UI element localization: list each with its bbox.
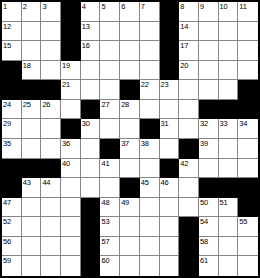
cell-r10c2[interactable]: 43 <box>22 178 42 198</box>
cell-r8c4[interactable]: 36 <box>61 139 81 159</box>
block-r10c11 <box>199 178 219 198</box>
cell-r8c5[interactable] <box>81 139 101 159</box>
cell-r13c8[interactable] <box>140 237 160 257</box>
block-r3c4 <box>61 41 81 61</box>
cell-r11c9[interactable] <box>160 198 180 218</box>
clue-number-57: 57 <box>101 237 109 246</box>
block-r5c1 <box>2 80 22 100</box>
cell-r8c1[interactable]: 35 <box>2 139 22 159</box>
cell-r4c3[interactable] <box>41 61 61 81</box>
block-r7c8 <box>140 119 160 139</box>
cell-r2c3[interactable] <box>41 22 61 42</box>
clue-number-29: 29 <box>3 119 11 128</box>
block-r10c13 <box>238 178 258 198</box>
cell-r6c2[interactable]: 25 <box>22 100 42 120</box>
cell-r1c11[interactable]: 9 <box>199 2 219 22</box>
cell-r7c2[interactable] <box>22 119 42 139</box>
cell-r13c6[interactable]: 57 <box>100 237 120 257</box>
clue-number-38: 38 <box>141 139 149 148</box>
cell-r14c1[interactable]: 59 <box>2 256 22 276</box>
cell-r14c8[interactable] <box>140 256 160 276</box>
cell-r6c3[interactable]: 26 <box>41 100 61 120</box>
cell-r3c13[interactable] <box>238 41 258 61</box>
block-r10c12 <box>219 178 239 198</box>
cell-r10c5[interactable] <box>81 178 101 198</box>
cell-r4c6[interactable] <box>100 61 120 81</box>
block-r9c2 <box>22 159 42 179</box>
clue-number-30: 30 <box>82 119 90 128</box>
clue-number-20: 20 <box>180 61 188 70</box>
cell-r6c4[interactable] <box>61 100 81 120</box>
clue-number-36: 36 <box>62 139 70 148</box>
clue-number-19: 19 <box>62 61 70 70</box>
cell-r12c2[interactable] <box>22 217 42 237</box>
cell-r13c2[interactable] <box>22 237 42 257</box>
cell-r6c8[interactable] <box>140 100 160 120</box>
cell-r4c2[interactable]: 18 <box>22 61 42 81</box>
clue-number-2: 2 <box>23 2 27 11</box>
cell-r13c1[interactable]: 56 <box>2 237 22 257</box>
block-r13c5 <box>81 237 101 257</box>
cell-r4c5[interactable] <box>81 61 101 81</box>
cell-r2c5[interactable]: 13 <box>81 22 101 42</box>
cell-r1c13[interactable]: 11 <box>238 2 258 22</box>
clue-number-5: 5 <box>101 2 105 11</box>
cell-r1c5[interactable]: 4 <box>81 2 101 22</box>
cell-r14c7[interactable] <box>120 256 140 276</box>
clue-number-14: 14 <box>180 22 188 31</box>
cell-r6c7[interactable]: 28 <box>120 100 140 120</box>
cell-r7c10[interactable] <box>179 119 199 139</box>
block-r5c2 <box>22 80 42 100</box>
cell-r7c12[interactable]: 33 <box>219 119 239 139</box>
cell-r14c4[interactable] <box>61 256 81 276</box>
clue-number-58: 58 <box>200 237 208 246</box>
clue-number-4: 4 <box>82 2 86 11</box>
cell-r11c7[interactable]: 49 <box>120 198 140 218</box>
clue-number-54: 54 <box>200 217 208 226</box>
block-r1c9 <box>160 2 180 22</box>
cell-r14c9[interactable] <box>160 256 180 276</box>
block-r13c10 <box>179 237 199 257</box>
cell-r10c8[interactable]: 45 <box>140 178 160 198</box>
cell-r3c5[interactable]: 16 <box>81 41 101 61</box>
cell-r13c12[interactable] <box>219 237 239 257</box>
clue-number-1: 1 <box>3 2 7 11</box>
clue-number-39: 39 <box>200 139 208 148</box>
cell-r1c3[interactable]: 3 <box>41 2 61 22</box>
cell-r12c3[interactable] <box>41 217 61 237</box>
cell-r9c12[interactable] <box>219 159 239 179</box>
cell-r2c12[interactable] <box>219 22 239 42</box>
clue-number-49: 49 <box>121 198 129 207</box>
clue-number-31: 31 <box>161 119 169 128</box>
cell-r13c13[interactable] <box>238 237 258 257</box>
cell-r11c2[interactable] <box>22 198 42 218</box>
cell-r4c11[interactable] <box>199 61 219 81</box>
cell-r2c8[interactable] <box>140 22 160 42</box>
block-r6c13 <box>238 100 258 120</box>
clue-number-27: 27 <box>101 100 109 109</box>
block-r9c9 <box>160 159 180 179</box>
clue-number-22: 22 <box>141 80 149 89</box>
cell-r9c11[interactable] <box>199 159 219 179</box>
cell-r10c4[interactable] <box>61 178 81 198</box>
cell-r5c5[interactable] <box>81 80 101 100</box>
cell-r8c2[interactable] <box>22 139 42 159</box>
clue-number-28: 28 <box>121 100 129 109</box>
clue-number-17: 17 <box>180 41 188 50</box>
block-r5c7 <box>120 80 140 100</box>
cell-r10c10[interactable] <box>179 178 199 198</box>
cell-r8c3[interactable] <box>41 139 61 159</box>
cell-r8c11[interactable]: 39 <box>199 139 219 159</box>
cell-r6c10[interactable] <box>179 100 199 120</box>
clue-number-16: 16 <box>82 41 90 50</box>
block-r11c5 <box>81 198 101 218</box>
clue-number-60: 60 <box>101 256 109 265</box>
cell-r4c10[interactable]: 20 <box>179 61 199 81</box>
clue-number-47: 47 <box>3 198 11 207</box>
cell-r5c11[interactable] <box>199 80 219 100</box>
clue-number-48: 48 <box>101 198 109 207</box>
cell-r11c8[interactable] <box>140 198 160 218</box>
clue-number-59: 59 <box>3 256 11 265</box>
cell-r8c13[interactable] <box>238 139 258 159</box>
cell-r7c9[interactable]: 31 <box>160 119 180 139</box>
cell-r3c3[interactable] <box>41 41 61 61</box>
cell-r12c13[interactable]: 55 <box>238 217 258 237</box>
cell-r5c6[interactable] <box>100 80 120 100</box>
clue-number-12: 12 <box>3 22 11 31</box>
cell-r5c8[interactable]: 22 <box>140 80 160 100</box>
cell-r7c13[interactable]: 34 <box>238 119 258 139</box>
cell-r3c10[interactable]: 17 <box>179 41 199 61</box>
cell-r9c5[interactable] <box>81 159 101 179</box>
block-r4c1 <box>2 61 22 81</box>
cell-r3c7[interactable] <box>120 41 140 61</box>
cell-r8c9[interactable] <box>160 139 180 159</box>
cell-r4c4[interactable]: 19 <box>61 61 81 81</box>
cell-r8c8[interactable]: 38 <box>140 139 160 159</box>
cell-r6c9[interactable] <box>160 100 180 120</box>
cell-r6c1[interactable]: 24 <box>2 100 22 120</box>
cell-r11c1[interactable]: 47 <box>2 198 22 218</box>
clue-number-46: 46 <box>161 178 169 187</box>
clue-number-9: 9 <box>200 2 204 11</box>
cell-r9c13[interactable] <box>238 159 258 179</box>
clue-number-56: 56 <box>3 237 11 246</box>
cell-r2c1[interactable]: 12 <box>2 22 22 42</box>
block-r8c10 <box>179 139 199 159</box>
cell-r14c11[interactable]: 61 <box>199 256 219 276</box>
cell-r3c1[interactable]: 15 <box>2 41 22 61</box>
cell-r11c3[interactable] <box>41 198 61 218</box>
cell-r4c8[interactable] <box>140 61 160 81</box>
cell-r3c6[interactable] <box>100 41 120 61</box>
block-r2c9 <box>160 22 180 42</box>
clue-number-18: 18 <box>23 61 31 70</box>
cell-r2c2[interactable] <box>22 22 42 42</box>
cell-r5c12[interactable] <box>219 80 239 100</box>
cell-r13c3[interactable] <box>41 237 61 257</box>
clue-number-35: 35 <box>3 139 11 148</box>
cell-r9c8[interactable] <box>140 159 160 179</box>
cell-r9c6[interactable]: 41 <box>100 159 120 179</box>
clue-number-33: 33 <box>220 119 228 128</box>
cell-r7c7[interactable] <box>120 119 140 139</box>
cell-r13c11[interactable]: 58 <box>199 237 219 257</box>
block-r12c5 <box>81 217 101 237</box>
block-r11c13 <box>238 198 258 218</box>
clue-number-11: 11 <box>239 2 246 11</box>
cell-r1c1[interactable]: 1 <box>2 2 22 22</box>
cell-r7c6[interactable] <box>100 119 120 139</box>
cell-r3c12[interactable] <box>219 41 239 61</box>
block-r6c5 <box>81 100 101 120</box>
cell-r10c9[interactable]: 46 <box>160 178 180 198</box>
clue-number-55: 55 <box>239 217 247 226</box>
clue-number-21: 21 <box>62 80 70 89</box>
clue-number-6: 6 <box>121 2 125 11</box>
block-r12c10 <box>179 217 199 237</box>
block-r5c13 <box>238 80 258 100</box>
clue-number-26: 26 <box>42 100 50 109</box>
cell-r12c1[interactable]: 52 <box>2 217 22 237</box>
cell-r3c11[interactable] <box>199 41 219 61</box>
cell-r7c3[interactable] <box>41 119 61 139</box>
clue-number-13: 13 <box>82 22 90 31</box>
cell-r13c7[interactable] <box>120 237 140 257</box>
block-r1c4 <box>61 2 81 22</box>
cell-r14c3[interactable] <box>41 256 61 276</box>
cell-r11c10[interactable] <box>179 198 199 218</box>
cell-r3c2[interactable] <box>22 41 42 61</box>
cell-r12c4[interactable] <box>61 217 81 237</box>
cell-r3c8[interactable] <box>140 41 160 61</box>
cell-r8c12[interactable] <box>219 139 239 159</box>
clue-number-24: 24 <box>3 100 11 109</box>
block-r6c11 <box>199 100 219 120</box>
cell-r2c13[interactable] <box>238 22 258 42</box>
block-r4c9 <box>160 61 180 81</box>
cell-r7c5[interactable]: 30 <box>81 119 101 139</box>
cell-r14c6[interactable]: 60 <box>100 256 120 276</box>
clue-number-42: 42 <box>180 159 188 168</box>
cell-r9c10[interactable]: 42 <box>179 159 199 179</box>
cell-r14c13[interactable] <box>238 256 258 276</box>
clue-number-41: 41 <box>101 159 109 168</box>
clue-number-44: 44 <box>42 178 50 187</box>
cell-r12c7[interactable] <box>120 217 140 237</box>
cell-r11c11[interactable]: 50 <box>199 198 219 218</box>
cell-r1c2[interactable]: 2 <box>22 2 42 22</box>
cell-r10c6[interactable] <box>100 178 120 198</box>
cell-r1c6[interactable]: 5 <box>100 2 120 22</box>
cell-r9c7[interactable] <box>120 159 140 179</box>
cell-r6c6[interactable]: 27 <box>100 100 120 120</box>
cell-r2c7[interactable] <box>120 22 140 42</box>
clue-number-32: 32 <box>200 119 208 128</box>
block-r6c12 <box>219 100 239 120</box>
cell-r1c7[interactable]: 6 <box>120 2 140 22</box>
clue-number-15: 15 <box>3 41 11 50</box>
cell-r12c12[interactable] <box>219 217 239 237</box>
cell-r2c10[interactable]: 14 <box>179 22 199 42</box>
cell-r11c6[interactable]: 48 <box>100 198 120 218</box>
block-r10c1 <box>2 178 22 198</box>
crossword-grid: 1234567891011121314151617181920212223242… <box>0 0 260 278</box>
cell-r1c10[interactable]: 8 <box>179 2 199 22</box>
cell-r1c8[interactable]: 7 <box>140 2 160 22</box>
cell-r13c9[interactable] <box>160 237 180 257</box>
cell-r7c1[interactable]: 29 <box>2 119 22 139</box>
block-r8c6 <box>100 139 120 159</box>
cell-r1c12[interactable]: 10 <box>219 2 239 22</box>
clue-number-45: 45 <box>141 178 149 187</box>
cell-r12c11[interactable]: 54 <box>199 217 219 237</box>
clue-number-34: 34 <box>239 119 247 128</box>
clue-number-23: 23 <box>161 80 169 89</box>
cell-r7c11[interactable]: 32 <box>199 119 219 139</box>
cell-r5c10[interactable] <box>179 80 199 100</box>
clue-number-52: 52 <box>3 217 11 226</box>
block-r3c9 <box>160 41 180 61</box>
block-r7c4 <box>61 119 81 139</box>
block-r14c10 <box>179 256 199 276</box>
clue-number-25: 25 <box>23 100 31 109</box>
clue-number-3: 3 <box>42 2 46 11</box>
clue-number-40: 40 <box>62 159 70 168</box>
block-r10c7 <box>120 178 140 198</box>
cell-r14c12[interactable] <box>219 256 239 276</box>
clue-number-7: 7 <box>141 2 145 11</box>
cell-r8c7[interactable]: 37 <box>120 139 140 159</box>
cell-r5c4[interactable]: 21 <box>61 80 81 100</box>
cell-r2c6[interactable] <box>100 22 120 42</box>
cell-r11c4[interactable] <box>61 198 81 218</box>
cell-r12c9[interactable] <box>160 217 180 237</box>
cell-r12c8[interactable] <box>140 217 160 237</box>
cell-r12c6[interactable]: 53 <box>100 217 120 237</box>
cell-r4c13[interactable] <box>238 61 258 81</box>
block-r14c5 <box>81 256 101 276</box>
cell-r14c2[interactable] <box>22 256 42 276</box>
cell-r4c7[interactable] <box>120 61 140 81</box>
cell-r5c9[interactable]: 23 <box>160 80 180 100</box>
cell-r9c4[interactable]: 40 <box>61 159 81 179</box>
clue-number-61: 61 <box>200 256 208 265</box>
block-r2c4 <box>61 22 81 42</box>
block-r5c3 <box>41 80 61 100</box>
clue-number-51: 51 <box>220 198 228 207</box>
block-r9c1 <box>2 159 22 179</box>
clue-number-8: 8 <box>180 2 184 11</box>
cell-r11c12[interactable]: 51 <box>219 198 239 218</box>
block-r9c3 <box>41 159 61 179</box>
clue-number-50: 50 <box>200 198 208 207</box>
clue-number-37: 37 <box>121 139 129 148</box>
clue-number-10: 10 <box>220 2 228 11</box>
cell-r13c4[interactable] <box>61 237 81 257</box>
clue-number-43: 43 <box>23 178 31 187</box>
clue-number-53: 53 <box>101 217 109 226</box>
cell-r10c3[interactable]: 44 <box>41 178 61 198</box>
cell-r2c11[interactable] <box>199 22 219 42</box>
cell-r4c12[interactable] <box>219 61 239 81</box>
